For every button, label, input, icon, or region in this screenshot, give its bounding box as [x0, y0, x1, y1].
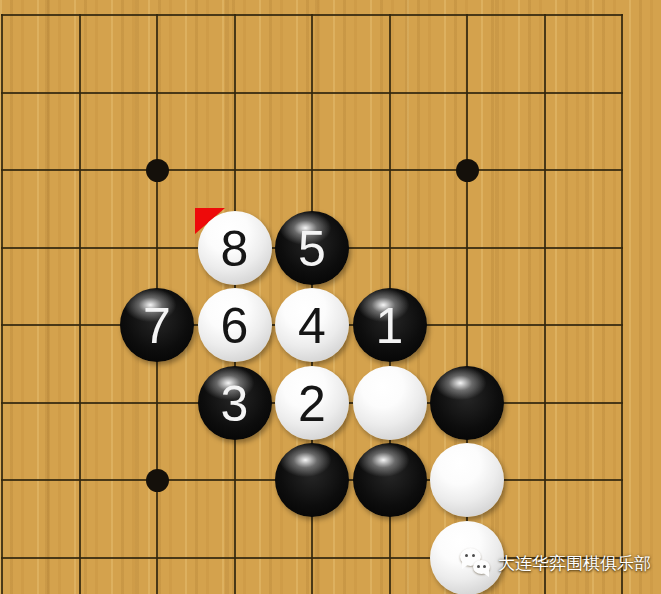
wechat-chat-bubbles-icon: [460, 547, 494, 579]
stone-white-E5-move-4: 4: [275, 288, 349, 362]
star-point: [146, 159, 169, 182]
stone-black-F5-move-1: 1: [353, 288, 427, 362]
grid-vertical-line: [79, 14, 81, 594]
move-number-label: 1: [376, 301, 404, 351]
watermark: 大连华弈围棋俱乐部: [460, 547, 651, 579]
bubble-eye: [465, 554, 468, 557]
grid-horizontal-line: [1, 14, 623, 16]
move-number-label: 8: [221, 224, 249, 274]
stone-white-D5-move-6: 6: [198, 288, 272, 362]
move-number-label: 2: [298, 379, 326, 429]
bubble-tail: [462, 562, 469, 569]
stone-white-G3: [430, 443, 504, 517]
stone-black-E6-move-5: 5: [275, 211, 349, 285]
stone-black-D4-move-3: 3: [198, 366, 272, 440]
move-number-label: 3: [221, 379, 249, 429]
grid-vertical-line: [1, 14, 3, 594]
grid-vertical-line: [621, 14, 623, 594]
move-number-label: 7: [143, 301, 171, 351]
stone-black-F3: [353, 443, 427, 517]
grid-horizontal-line: [1, 92, 623, 94]
stone-white-E4-move-2: 2: [275, 366, 349, 440]
star-point: [456, 159, 479, 182]
star-point: [146, 469, 169, 492]
bubble-tail: [482, 570, 489, 577]
chat-bubble-small: [473, 560, 490, 574]
stone-black-E3: [275, 443, 349, 517]
move-number-label: 6: [221, 301, 249, 351]
stone-white-D6-move-8: 8: [198, 211, 272, 285]
go-board-diagram: 85764132 大连华弈围棋俱乐部: [0, 0, 661, 594]
grid-vertical-line: [544, 14, 546, 594]
watermark-text: 大连华弈围棋俱乐部: [498, 552, 651, 575]
bubble-eye: [477, 565, 480, 568]
stone-black-C5-move-7: 7: [120, 288, 194, 362]
move-number-label: 5: [298, 224, 326, 274]
stone-white-F4: [353, 366, 427, 440]
grid-horizontal-line: [1, 169, 623, 171]
bubble-eye: [472, 554, 475, 557]
bubble-eye: [483, 565, 486, 568]
stone-black-G4: [430, 366, 504, 440]
move-number-label: 4: [298, 301, 326, 351]
